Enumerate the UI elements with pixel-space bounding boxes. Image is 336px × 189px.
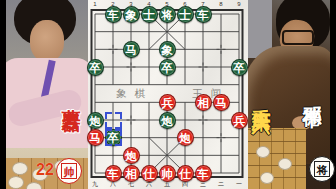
left-chess-piece — [12, 162, 28, 175]
black-general-seal-char: 将 — [314, 161, 330, 177]
right-player-name: 邓德平 — [303, 91, 322, 97]
right-chess-piece — [278, 158, 292, 170]
xiangqi-board: 123456789 九八七六五四三二一 象棋 王闻 车象士将士车马象卒卒卒炮炮卒… — [88, 0, 248, 189]
piece-green-卒: 卒 — [231, 59, 248, 76]
piece-red-车: 车 — [195, 165, 212, 182]
piece-red-车: 车 — [105, 165, 122, 182]
piece-red-马: 马 — [87, 129, 104, 146]
right-player-glasses — [282, 30, 314, 45]
piece-red-仕: 仕 — [141, 165, 158, 182]
piece-green-象: 象 — [159, 41, 176, 58]
file-label-top: 1 — [90, 1, 100, 7]
piece-red-炮: 炮 — [177, 129, 194, 146]
piece-red-相: 相 — [123, 165, 140, 182]
piece-green-卒: 卒 — [87, 59, 104, 76]
left-player-number: 22 — [36, 161, 54, 179]
piece-red-马: 马 — [213, 94, 230, 111]
left-player-face — [30, 20, 64, 62]
right-wooden-board-lines — [248, 128, 306, 189]
piece-green-车: 车 — [105, 6, 122, 23]
video-thumbnail[interactable]: 123456789 九八七六五四三二一 象棋 王闻 车象士将士车马象卒卒卒炮炮卒… — [0, 0, 336, 189]
right-chess-piece — [256, 146, 270, 158]
red-king-seal-char: 帅 — [61, 163, 77, 179]
river-text-left: 象棋 — [116, 87, 153, 101]
piece-green-士: 士 — [177, 6, 194, 23]
piece-green-马: 马 — [123, 41, 140, 58]
piece-red-相: 相 — [195, 94, 212, 111]
piece-red-兵: 兵 — [231, 112, 248, 129]
file-label-bottom: 九 — [90, 180, 100, 189]
file-label-top: 9 — [234, 1, 244, 7]
file-label-bottom: 二 — [216, 180, 226, 189]
piece-green-士: 士 — [141, 6, 158, 23]
red-king-seal-icon: 帅 — [56, 158, 82, 184]
move-marker — [105, 129, 122, 146]
file-label-top: 8 — [216, 1, 226, 7]
right-player-team: 重庆第六 — [252, 93, 271, 101]
piece-red-仕: 仕 — [177, 165, 194, 182]
black-general-seal-icon: 将 — [309, 156, 335, 182]
piece-red-炮: 炮 — [123, 147, 140, 164]
piece-red-兵: 兵 — [159, 94, 176, 111]
piece-green-炮: 炮 — [159, 112, 176, 129]
piece-green-车: 车 — [195, 6, 212, 23]
right-chess-piece — [260, 172, 274, 184]
left-chess-piece — [26, 182, 42, 189]
file-label-bottom: 一 — [234, 180, 244, 189]
piece-red-帅: 帅 — [159, 165, 176, 182]
piece-green-卒: 卒 — [159, 59, 176, 76]
piece-green-象: 象 — [123, 6, 140, 23]
piece-green-炮: 炮 — [87, 112, 104, 129]
piece-green-将: 将 — [159, 6, 176, 23]
left-chess-piece — [8, 176, 24, 189]
left-player-name: 曹岩磊 — [62, 93, 81, 102]
move-marker — [105, 112, 122, 129]
